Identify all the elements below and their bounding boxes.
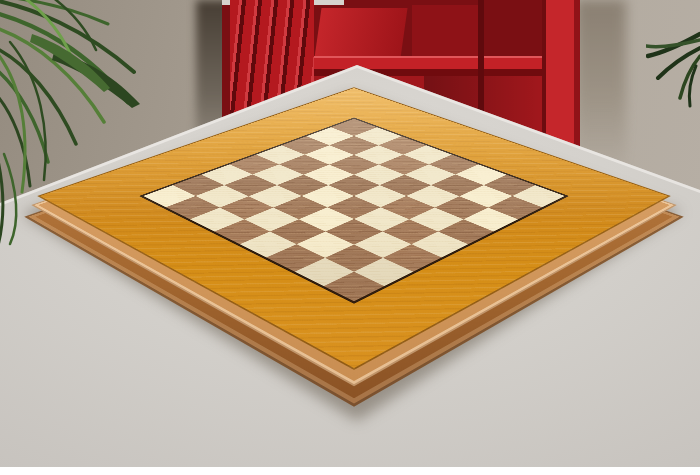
image-bottom-border bbox=[0, 467, 700, 475]
product-photo bbox=[0, 0, 700, 467]
playing-field bbox=[139, 117, 569, 303]
